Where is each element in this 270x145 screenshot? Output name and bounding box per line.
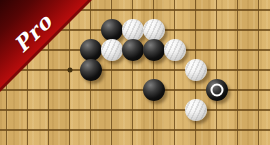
stone-black (80, 39, 102, 61)
stone-white (101, 39, 123, 61)
grid-line-horizontal (0, 69, 270, 71)
grid-line-horizontal (0, 89, 270, 91)
stone-black (80, 59, 102, 81)
stone-black (122, 39, 144, 61)
star-point (67, 68, 72, 73)
grid-line-horizontal (0, 109, 270, 111)
grid-line-horizontal (0, 129, 270, 131)
grid-line-vertical (216, 0, 218, 145)
stone-white (143, 19, 165, 41)
grid-line-vertical (258, 0, 260, 145)
go-app-screenshot: Pro (0, 0, 270, 145)
last-move-marker (210, 84, 223, 97)
stone-black (206, 79, 228, 101)
stone-white (185, 99, 207, 121)
stone-white (164, 39, 186, 61)
stone-black (143, 79, 165, 101)
grid-line-vertical (174, 0, 176, 145)
stone-white (185, 59, 207, 81)
stone-black (101, 19, 123, 41)
stone-black (143, 39, 165, 61)
grid-line-vertical (237, 0, 239, 145)
stone-white (122, 19, 144, 41)
